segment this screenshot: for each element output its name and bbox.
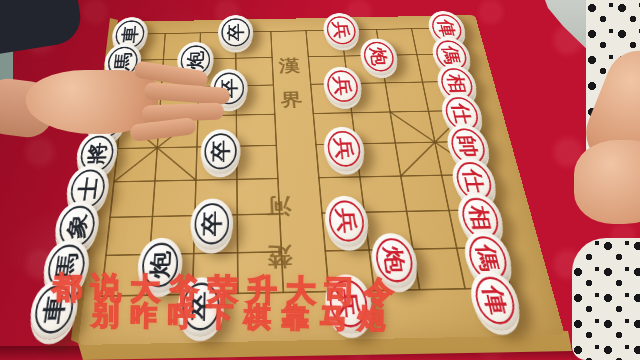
piece-black-soldier[interactable]: 卒 bbox=[218, 15, 254, 50]
piece-character: 車 bbox=[120, 25, 140, 43]
piece-character: 仕 bbox=[450, 103, 474, 124]
piece-red-soldier[interactable]: 兵 bbox=[322, 127, 367, 172]
piece-character: 俥 bbox=[436, 19, 458, 37]
piece-ring: 兵 bbox=[325, 16, 357, 45]
piece-black-soldier[interactable]: 卒 bbox=[189, 198, 233, 250]
piece-character: 傌 bbox=[440, 46, 463, 65]
piece-character: 相 bbox=[445, 74, 468, 94]
left-player-hand bbox=[26, 60, 236, 144]
piece-character: 象 bbox=[65, 213, 90, 239]
piece-character: 將 bbox=[86, 142, 109, 165]
piece-ring: 炮 bbox=[362, 41, 396, 71]
piece-red-cannon[interactable]: 炮 bbox=[358, 38, 400, 75]
watermark-line-2: 别咋呼下棋靠马炮 bbox=[92, 297, 396, 337]
piece-ring: 兵 bbox=[326, 131, 362, 168]
piece-character: 兵 bbox=[332, 76, 353, 96]
piece-red-chariot[interactable]: 俥 bbox=[466, 271, 525, 331]
right-hand-palm bbox=[574, 140, 640, 224]
right-player-hand bbox=[552, 140, 640, 250]
piece-character: 卒 bbox=[201, 210, 223, 236]
piece-character: 炮 bbox=[368, 47, 389, 66]
piece-character: 兵 bbox=[331, 21, 351, 39]
river-character: 河 bbox=[264, 195, 294, 217]
piece-ring: 俥 bbox=[472, 277, 520, 325]
river-character: 界 bbox=[278, 91, 305, 109]
piece-character: 士 bbox=[75, 177, 99, 201]
piece-ring: 兵 bbox=[327, 200, 366, 242]
piece-character: 炮 bbox=[381, 246, 407, 274]
piece-character: 兵 bbox=[334, 208, 358, 234]
piece-character: 卒 bbox=[227, 23, 245, 41]
piece-red-soldier[interactable]: 兵 bbox=[322, 66, 364, 106]
river-character: 漢 bbox=[276, 57, 302, 74]
table-edge-shadow bbox=[0, 346, 640, 360]
river-character: 楚 bbox=[264, 245, 296, 269]
xiangqi-photo-scene: 漢界河楚車馬象士將士象馬車炮炮卒卒卒卒卒俥傌相仕帥仕相傌俥炮炮兵兵兵兵兵 都说大… bbox=[0, 0, 640, 360]
piece-character: 相 bbox=[467, 205, 494, 231]
piece-ring: 卒 bbox=[221, 18, 250, 47]
piece-ring: 兵 bbox=[326, 70, 360, 102]
piece-character: 兵 bbox=[333, 137, 355, 160]
piece-character: 帥 bbox=[455, 135, 480, 158]
piece-character: 仕 bbox=[461, 169, 487, 193]
right-player-clothing-bottom bbox=[572, 238, 640, 360]
piece-character: 俥 bbox=[480, 286, 510, 316]
piece-red-soldier[interactable]: 兵 bbox=[322, 13, 362, 48]
grid-line-horizontal bbox=[129, 27, 447, 34]
piece-character: 傌 bbox=[473, 244, 501, 272]
grid-line-vertical bbox=[305, 30, 329, 292]
piece-ring: 卒 bbox=[194, 203, 229, 245]
